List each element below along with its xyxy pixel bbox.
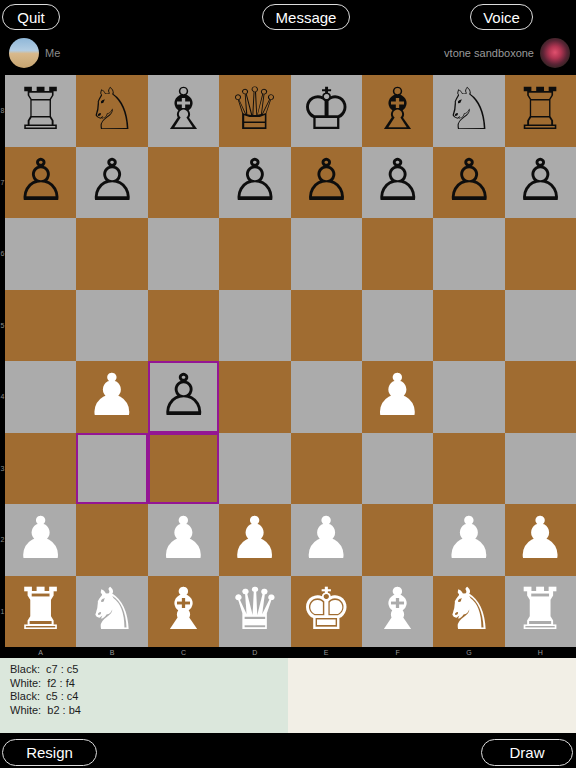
file-label-g: G xyxy=(466,649,471,657)
square-f7[interactable]: ♙ xyxy=(362,147,433,219)
move-entry-1: Black: c7 : c5 xyxy=(10,663,81,677)
square-h5[interactable] xyxy=(505,290,576,362)
resign-button[interactable]: Resign xyxy=(2,739,97,766)
square-h6[interactable] xyxy=(505,218,576,290)
file-label-e: E xyxy=(324,649,329,657)
move-list: Black: c7 : c5White: f2 : f4Black: c5 : … xyxy=(10,663,81,717)
square-b5[interactable] xyxy=(76,290,147,362)
board-area: ♖♘♗♕♔♗♘♖♙♙♙♙♙♙♙♟♙♟♟♟♟♟♟♟♜♞♝♛♚♝♞♜ 8765432… xyxy=(0,75,576,658)
square-e8[interactable]: ♔ xyxy=(291,75,362,147)
piece-bP-d7: ♙ xyxy=(229,151,281,209)
square-h3[interactable] xyxy=(505,433,576,505)
move-entry-3: Black: c5 : c4 xyxy=(10,690,81,704)
square-c8[interactable]: ♗ xyxy=(148,75,219,147)
square-d6[interactable] xyxy=(219,218,290,290)
piece-wP-h2: ♟ xyxy=(514,509,566,567)
rank-label-2: 2 xyxy=(0,536,5,543)
square-d4[interactable] xyxy=(219,361,290,433)
rank-label-5: 5 xyxy=(0,322,5,329)
square-h8[interactable]: ♖ xyxy=(505,75,576,147)
file-label-b: B xyxy=(110,649,115,657)
piece-wQ-d1: ♛ xyxy=(229,580,281,638)
board-grid: ♖♘♗♕♔♗♘♖♙♙♙♙♙♙♙♟♙♟♟♟♟♟♟♟♜♞♝♛♚♝♞♜ xyxy=(5,75,576,647)
piece-bP-c4: ♙ xyxy=(157,366,209,424)
square-a5[interactable] xyxy=(5,290,76,362)
square-g7[interactable]: ♙ xyxy=(433,147,504,219)
square-e6[interactable] xyxy=(291,218,362,290)
square-b3[interactable] xyxy=(76,433,147,505)
square-d5[interactable] xyxy=(219,290,290,362)
file-label-d: D xyxy=(252,649,257,657)
piece-bN-b8: ♘ xyxy=(86,80,138,138)
square-a2[interactable]: ♟ xyxy=(5,504,76,576)
piece-bB-f8: ♗ xyxy=(372,80,424,138)
square-b1[interactable]: ♞ xyxy=(76,576,147,648)
square-a8[interactable]: ♖ xyxy=(5,75,76,147)
square-f2[interactable] xyxy=(362,504,433,576)
voice-button[interactable]: Voice xyxy=(470,4,533,30)
piece-bP-e7: ♙ xyxy=(300,151,352,209)
square-b2[interactable] xyxy=(76,504,147,576)
square-f3[interactable] xyxy=(362,433,433,505)
piece-bK-e8: ♔ xyxy=(300,80,352,138)
square-h7[interactable]: ♙ xyxy=(505,147,576,219)
move-panel-right xyxy=(288,658,576,733)
piece-bR-a8: ♖ xyxy=(15,80,67,138)
square-f1[interactable]: ♝ xyxy=(362,576,433,648)
piece-wP-b4: ♟ xyxy=(86,366,138,424)
square-e2[interactable]: ♟ xyxy=(291,504,362,576)
piece-wN-b1: ♞ xyxy=(86,580,138,638)
square-d3[interactable] xyxy=(219,433,290,505)
square-a1[interactable]: ♜ xyxy=(5,576,76,648)
piece-wP-c2: ♟ xyxy=(157,509,209,567)
square-g4[interactable] xyxy=(433,361,504,433)
square-b4[interactable]: ♟ xyxy=(76,361,147,433)
move-panel-left: Black: c7 : c5White: f2 : f4Black: c5 : … xyxy=(0,658,288,733)
piece-bN-g8: ♘ xyxy=(443,80,495,138)
square-e4[interactable] xyxy=(291,361,362,433)
square-d7[interactable]: ♙ xyxy=(219,147,290,219)
piece-bP-h7: ♙ xyxy=(514,151,566,209)
piece-wB-f1: ♝ xyxy=(372,580,424,638)
square-c3[interactable] xyxy=(148,433,219,505)
rank-label-4: 4 xyxy=(0,393,5,400)
piece-bP-g7: ♙ xyxy=(443,151,495,209)
move-entry-4: White: b2 : b4 xyxy=(10,704,81,718)
square-e3[interactable] xyxy=(291,433,362,505)
square-a4[interactable] xyxy=(5,361,76,433)
square-a3[interactable] xyxy=(5,433,76,505)
piece-wR-h1: ♜ xyxy=(514,580,566,638)
square-g8[interactable]: ♘ xyxy=(433,75,504,147)
square-a6[interactable] xyxy=(5,218,76,290)
rank-label-3: 3 xyxy=(0,465,5,472)
file-label-h: H xyxy=(538,649,543,657)
square-a7[interactable]: ♙ xyxy=(5,147,76,219)
quit-button[interactable]: Quit xyxy=(2,4,60,30)
square-e7[interactable]: ♙ xyxy=(291,147,362,219)
piece-bQ-d8: ♕ xyxy=(229,80,281,138)
me-label: Me xyxy=(45,47,60,59)
square-g3[interactable] xyxy=(433,433,504,505)
square-e1[interactable]: ♚ xyxy=(291,576,362,648)
square-g6[interactable] xyxy=(433,218,504,290)
square-b8[interactable]: ♘ xyxy=(76,75,147,147)
square-d8[interactable]: ♕ xyxy=(219,75,290,147)
square-d2[interactable]: ♟ xyxy=(219,504,290,576)
piece-bP-a7: ♙ xyxy=(15,151,67,209)
piece-wK-e1: ♚ xyxy=(300,580,352,638)
piece-wP-d2: ♟ xyxy=(229,509,281,567)
square-c2[interactable]: ♟ xyxy=(148,504,219,576)
rank-label-7: 7 xyxy=(0,179,5,186)
square-d1[interactable]: ♛ xyxy=(219,576,290,648)
move-entry-2: White: f2 : f4 xyxy=(10,677,81,691)
file-label-f: F xyxy=(395,649,399,657)
draw-button[interactable]: Draw xyxy=(481,739,573,766)
square-b7[interactable]: ♙ xyxy=(76,147,147,219)
piece-bB-c8: ♗ xyxy=(157,80,209,138)
piece-wP-a2: ♟ xyxy=(15,509,67,567)
square-e5[interactable] xyxy=(291,290,362,362)
piece-bR-h8: ♖ xyxy=(514,80,566,138)
opponent-name: vtone sandboxone xyxy=(444,47,534,59)
file-label-c: C xyxy=(181,649,186,657)
chess-app: { "game": "chess", "position": { "fen": … xyxy=(0,0,576,768)
square-g1[interactable]: ♞ xyxy=(433,576,504,648)
square-h4[interactable] xyxy=(505,361,576,433)
square-b6[interactable] xyxy=(76,218,147,290)
square-c5[interactable] xyxy=(148,290,219,362)
square-h2[interactable]: ♟ xyxy=(505,504,576,576)
piece-wR-a1: ♜ xyxy=(15,580,67,638)
message-button[interactable]: Message xyxy=(262,4,350,30)
square-c7[interactable] xyxy=(148,147,219,219)
opponent-avatar xyxy=(540,38,570,68)
move-panel: Black: c7 : c5White: f2 : f4Black: c5 : … xyxy=(0,658,576,733)
square-g2[interactable]: ♟ xyxy=(433,504,504,576)
piece-wP-e2: ♟ xyxy=(300,509,352,567)
piece-wP-g2: ♟ xyxy=(443,509,495,567)
piece-bP-b7: ♙ xyxy=(86,151,138,209)
square-c6[interactable] xyxy=(148,218,219,290)
piece-wB-c1: ♝ xyxy=(157,580,209,638)
square-f8[interactable]: ♗ xyxy=(362,75,433,147)
piece-wP-f4: ♟ xyxy=(372,366,424,424)
square-f5[interactable] xyxy=(362,290,433,362)
rank-label-6: 6 xyxy=(0,250,5,257)
square-c4[interactable]: ♙ xyxy=(148,361,219,433)
rank-label-8: 8 xyxy=(0,107,5,114)
square-f6[interactable] xyxy=(362,218,433,290)
piece-bP-f7: ♙ xyxy=(372,151,424,209)
bottom-bar: Resign Draw xyxy=(0,733,576,768)
rank-label-1: 1 xyxy=(0,608,5,615)
file-label-a: A xyxy=(38,649,43,657)
square-c1[interactable]: ♝ xyxy=(148,576,219,648)
square-h1[interactable]: ♜ xyxy=(505,576,576,648)
piece-wN-g1: ♞ xyxy=(443,580,495,638)
square-g5[interactable] xyxy=(433,290,504,362)
me-avatar xyxy=(9,38,39,68)
square-f4[interactable]: ♟ xyxy=(362,361,433,433)
